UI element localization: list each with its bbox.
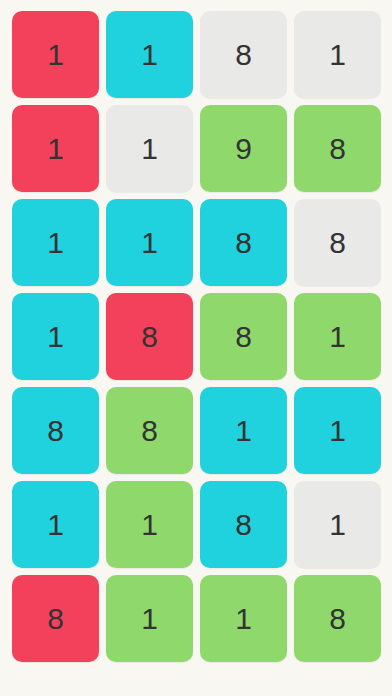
tile-r2c1[interactable]: 1 xyxy=(12,105,99,192)
tile-r6c1[interactable]: 1 xyxy=(12,481,99,568)
tile-r4c4[interactable]: 1 xyxy=(294,293,381,380)
tile-r3c1[interactable]: 1 xyxy=(12,199,99,286)
tile-r6c3[interactable]: 8 xyxy=(200,481,287,568)
tile-r2c4[interactable]: 8 xyxy=(294,105,381,192)
tile-r4c1[interactable]: 1 xyxy=(12,293,99,380)
tile-r6c4[interactable]: 1 xyxy=(294,481,381,568)
tile-r3c2[interactable]: 1 xyxy=(106,199,193,286)
tile-r4c2[interactable]: 8 xyxy=(106,293,193,380)
tile-r6c2[interactable]: 1 xyxy=(106,481,193,568)
puzzle-board: 1181119811881881881111818118 xyxy=(0,0,392,696)
tile-r1c2[interactable]: 1 xyxy=(106,11,193,98)
tile-r5c1[interactable]: 8 xyxy=(12,387,99,474)
tile-r7c3[interactable]: 1 xyxy=(200,575,287,662)
tile-r2c2[interactable]: 1 xyxy=(106,105,193,192)
tile-r3c4[interactable]: 8 xyxy=(294,199,381,286)
tile-r5c4[interactable]: 1 xyxy=(294,387,381,474)
tile-r5c3[interactable]: 1 xyxy=(200,387,287,474)
tile-r5c2[interactable]: 8 xyxy=(106,387,193,474)
tile-r2c3[interactable]: 9 xyxy=(200,105,287,192)
tile-r1c1[interactable]: 1 xyxy=(12,11,99,98)
tile-r3c3[interactable]: 8 xyxy=(200,199,287,286)
tile-r7c2[interactable]: 1 xyxy=(106,575,193,662)
tile-r7c4[interactable]: 8 xyxy=(294,575,381,662)
tile-r4c3[interactable]: 8 xyxy=(200,293,287,380)
tile-r1c3[interactable]: 8 xyxy=(200,11,287,98)
tile-r7c1[interactable]: 8 xyxy=(12,575,99,662)
tile-r1c4[interactable]: 1 xyxy=(294,11,381,98)
